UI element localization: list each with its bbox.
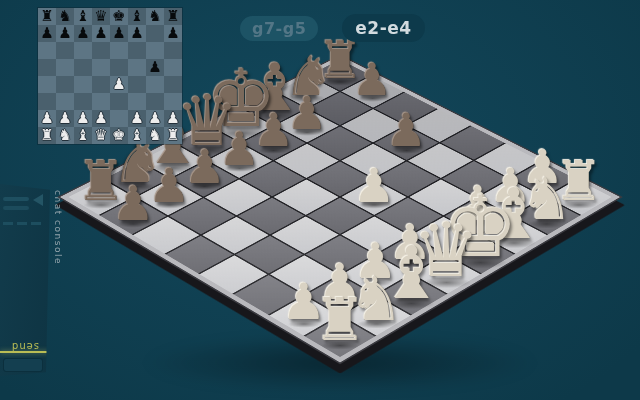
mini-piece-black-rook: ♜ (40, 8, 53, 25)
chat-console-panel[interactable]: send (0, 184, 50, 376)
mini-piece-white-pawn: ♟ (166, 110, 179, 127)
mini-piece-white-bishop: ♝ (76, 127, 89, 144)
mini-square-a5 (38, 59, 56, 76)
mini-square-f7: ♟ (128, 25, 146, 42)
mini-piece-black-pawn: ♟ (76, 25, 89, 42)
mini-square-d4 (92, 76, 110, 93)
mini-square-e2 (110, 110, 128, 127)
mini-piece-white-bishop: ♝ (130, 127, 143, 144)
mini-square-f2: ♟ (128, 110, 146, 127)
mini-square-g4 (146, 76, 164, 93)
mini-square-h5 (164, 59, 182, 76)
mini-square-b1: ♞ (56, 127, 74, 144)
mini-square-c5 (74, 59, 92, 76)
mini-piece-white-queen: ♛ (94, 127, 107, 144)
mini-square-d6 (92, 42, 110, 59)
mini-piece-white-pawn: ♟ (58, 110, 71, 127)
mini-square-g6 (146, 42, 164, 59)
mini-square-a2: ♟ (38, 110, 56, 127)
app-screen: ♜♞♝♛♚♝♞♜♟♟♟♟♟♟♟♟♟♟♟♟♟♟♟♟♜♞♝♛♚♝♞♜ send ch… (0, 0, 640, 400)
mini-square-g2: ♟ (146, 110, 164, 127)
mini-square-h7: ♟ (164, 25, 182, 42)
mini-piece-black-queen: ♛ (94, 8, 107, 25)
menu-bars-icon (3, 197, 29, 201)
mini-square-b3 (56, 93, 74, 110)
mini-square-a6 (38, 42, 56, 59)
mini-square-h2: ♟ (164, 110, 182, 127)
speaker-icon (33, 194, 43, 206)
mini-square-c1: ♝ (74, 127, 92, 144)
mini-square-e7: ♟ (110, 25, 128, 42)
mini-square-f3 (128, 93, 146, 110)
mini-piece-black-pawn: ♟ (130, 25, 143, 42)
mini-square-d2: ♟ (92, 110, 110, 127)
mini-square-h3 (164, 93, 182, 110)
mini-square-d8: ♛ (92, 8, 110, 25)
mini-square-b7: ♟ (56, 25, 74, 42)
mini-square-g7 (146, 25, 164, 42)
mini-square-c3 (74, 93, 92, 110)
mini-piece-black-pawn: ♟ (40, 25, 53, 42)
mini-piece-black-king: ♚ (112, 8, 125, 25)
mini-square-d3 (92, 93, 110, 110)
mini-square-f4 (128, 76, 146, 93)
mini-square-b6 (56, 42, 74, 59)
mini-square-h1: ♜ (164, 127, 182, 144)
mini-square-b5 (56, 59, 74, 76)
mini-square-e4: ♟ (110, 76, 128, 93)
mini-piece-black-pawn: ♟ (94, 25, 107, 42)
mini-square-a1: ♜ (38, 127, 56, 144)
move-pill-previous: g7-g5 (240, 16, 318, 41)
mini-square-h6 (164, 42, 182, 59)
mini-square-g5: ♟ (146, 59, 164, 76)
mini-square-g3 (146, 93, 164, 110)
mini-piece-white-knight: ♞ (58, 127, 71, 144)
mini-square-f1: ♝ (128, 127, 146, 144)
chat-dashes (3, 222, 13, 225)
mini-square-h8: ♜ (164, 8, 182, 25)
mini-piece-black-pawn: ♟ (166, 25, 179, 42)
chat-input-field[interactable] (3, 358, 43, 372)
mini-square-f8: ♝ (128, 8, 146, 25)
mini-square-d5 (92, 59, 110, 76)
mini-piece-black-bishop: ♝ (76, 8, 89, 25)
move-history: g7-g5 e2-e4 (240, 14, 425, 42)
mini-piece-white-pawn: ♟ (130, 110, 143, 127)
mini-square-b4 (56, 76, 74, 93)
mini-piece-white-pawn: ♟ (76, 110, 89, 127)
mini-square-g1: ♞ (146, 127, 164, 144)
mini-board: ♜♞♝♛♚♝♞♜♟♟♟♟♟♟♟♟♟♟♟♟♟♟♟♟♜♞♝♛♚♝♞♜ (38, 8, 182, 144)
mini-piece-white-rook: ♜ (40, 127, 53, 144)
mini-square-c6 (74, 42, 92, 59)
mini-square-a7: ♟ (38, 25, 56, 42)
mini-square-h4 (164, 76, 182, 93)
mini-piece-white-pawn: ♟ (40, 110, 53, 127)
mini-square-e8: ♚ (110, 8, 128, 25)
mini-square-g8: ♞ (146, 8, 164, 25)
move-pill-last: e2-e4 (342, 14, 424, 42)
mini-piece-black-knight: ♞ (148, 8, 161, 25)
mini-piece-white-knight: ♞ (148, 127, 161, 144)
send-button[interactable]: send (8, 341, 42, 352)
mini-square-b8: ♞ (56, 8, 74, 25)
mini-piece-black-knight: ♞ (58, 8, 71, 25)
mini-square-c4 (74, 76, 92, 93)
mini-piece-white-pawn: ♟ (94, 110, 107, 127)
mini-piece-black-bishop: ♝ (130, 8, 143, 25)
mini-piece-white-pawn: ♟ (148, 110, 161, 127)
mini-square-e3 (110, 93, 128, 110)
mini-square-c8: ♝ (74, 8, 92, 25)
mini-square-e6 (110, 42, 128, 59)
mini-square-c2: ♟ (74, 110, 92, 127)
mini-piece-white-king: ♚ (112, 127, 125, 144)
mini-piece-white-pawn: ♟ (112, 76, 125, 93)
mini-piece-white-rook: ♜ (166, 127, 179, 144)
mini-square-a3 (38, 93, 56, 110)
mini-square-a8: ♜ (38, 8, 56, 25)
chat-console-tab[interactable]: chat console (53, 190, 63, 310)
mini-square-a4 (38, 76, 56, 93)
mini-square-e5 (110, 59, 128, 76)
mini-piece-black-rook: ♜ (166, 8, 179, 25)
mini-piece-black-pawn: ♟ (148, 59, 161, 76)
mini-piece-black-pawn: ♟ (112, 25, 125, 42)
mini-square-c7: ♟ (74, 25, 92, 42)
mini-square-e1: ♚ (110, 127, 128, 144)
mini-piece-black-pawn: ♟ (58, 25, 71, 42)
mini-square-d7: ♟ (92, 25, 110, 42)
mini-square-d1: ♛ (92, 127, 110, 144)
mini-square-b2: ♟ (56, 110, 74, 127)
mini-square-f6 (128, 42, 146, 59)
mini-square-f5 (128, 59, 146, 76)
